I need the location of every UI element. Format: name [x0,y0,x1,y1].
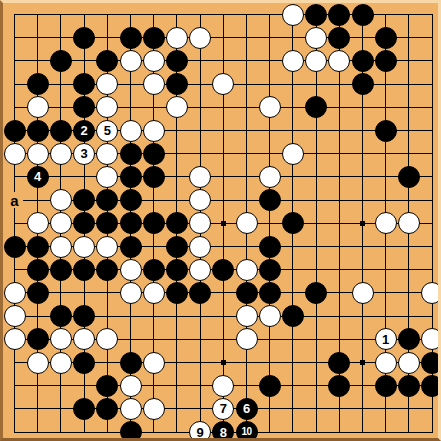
stone-white [282,4,304,26]
stone-black [328,375,350,397]
stone-black [50,305,72,327]
stone-white [259,305,281,327]
stone-black [50,259,72,281]
stone-white [73,236,95,258]
stone-black [398,375,420,397]
stone-white [375,352,397,374]
stone-black [166,259,188,281]
stone-black [259,236,281,258]
stone-black [305,4,327,26]
stone-black [143,143,165,165]
move-5-stone-white: 5 [96,120,118,142]
move-8-stone-black: 8 [212,421,234,441]
stone-black [120,189,142,211]
stone-black [27,120,49,142]
stone-black [375,50,397,72]
stone-black [120,421,142,441]
stone-black [120,27,142,49]
move-9-stone-white: 9 [189,421,211,441]
stone-white [189,259,211,281]
stone-black [189,282,211,304]
stone-white [27,96,49,118]
stone-white [421,328,441,350]
move-10-stone-black: 10 [236,421,258,441]
stone-white [27,143,49,165]
stone-white [305,50,327,72]
point-label-a: a [7,192,23,208]
stone-black [375,375,397,397]
stone-black [352,73,374,95]
stone-white [50,236,72,258]
stone-black [27,282,49,304]
stone-black [120,212,142,234]
stone-white [120,282,142,304]
stone-black [96,375,118,397]
stone-black [212,259,234,281]
stone-white [236,328,258,350]
stone-white [143,352,165,374]
stone-white [398,352,420,374]
stone-black [421,375,441,397]
stone-black [120,143,142,165]
stone-black [259,375,281,397]
star-point [221,360,226,365]
stone-white [4,282,26,304]
move-4-stone-black: 4 [27,166,49,188]
go-board: 25341769810a [0,0,441,441]
stone-black [27,236,49,258]
stone-black [143,259,165,281]
stone-white [236,305,258,327]
stone-white [421,282,441,304]
stone-white [236,259,258,281]
stone-white [50,352,72,374]
stone-black [50,50,72,72]
stone-white [4,143,26,165]
stone-black [236,282,258,304]
stone-black [4,120,26,142]
stone-white [96,236,118,258]
stone-black [259,189,281,211]
stone-white [352,282,374,304]
stone-white [259,96,281,118]
stone-white [120,259,142,281]
stone-white [189,166,211,188]
stone-black [398,166,420,188]
stone-black [421,352,441,374]
stone-black [143,212,165,234]
stone-black [120,236,142,258]
stone-black [166,50,188,72]
stone-white [166,27,188,49]
stone-black [328,352,350,374]
stone-black [166,236,188,258]
stone-black [166,73,188,95]
stone-white [143,398,165,420]
stone-black [73,259,95,281]
stone-black [352,50,374,72]
stone-white [143,73,165,95]
stone-white [189,27,211,49]
stone-white [143,50,165,72]
stone-black [73,27,95,49]
move-1-stone-white: 1 [375,328,397,350]
star-point [360,221,365,226]
stone-white [189,236,211,258]
stone-black [375,120,397,142]
stone-black [143,27,165,49]
stone-black [352,4,374,26]
stone-black [73,352,95,374]
stone-black [259,282,281,304]
stone-white [282,143,304,165]
stone-black [96,259,118,281]
stone-white [143,282,165,304]
stone-white [4,305,26,327]
stone-white [120,375,142,397]
stone-white [27,352,49,374]
stone-white [259,166,281,188]
stone-black [282,305,304,327]
stone-white [282,50,304,72]
stone-black [328,4,350,26]
stone-black [143,166,165,188]
stone-white [96,143,118,165]
stone-black [27,73,49,95]
stone-white [212,375,234,397]
stone-black [120,352,142,374]
stone-white [375,212,397,234]
stone-black [166,282,188,304]
stone-white [143,120,165,142]
stone-black [259,259,281,281]
stone-white [120,398,142,420]
stone-white [236,212,258,234]
stone-black [27,328,49,350]
stone-black [50,120,72,142]
stone-black [375,27,397,49]
stone-white [27,212,49,234]
stone-white [120,50,142,72]
stone-black [120,166,142,188]
stone-black [73,398,95,420]
move-3-stone-white: 3 [73,143,95,165]
stone-black [4,236,26,258]
move-6-stone-black: 6 [236,398,258,420]
stone-black [305,282,327,304]
stone-black [328,27,350,49]
star-point [221,221,226,226]
stone-black [27,259,49,281]
stone-white [305,27,327,49]
stone-white [4,328,26,350]
move-2-stone-black: 2 [73,120,95,142]
star-point [360,360,365,365]
stone-white [50,143,72,165]
stone-white [120,120,142,142]
stone-white [50,189,72,211]
